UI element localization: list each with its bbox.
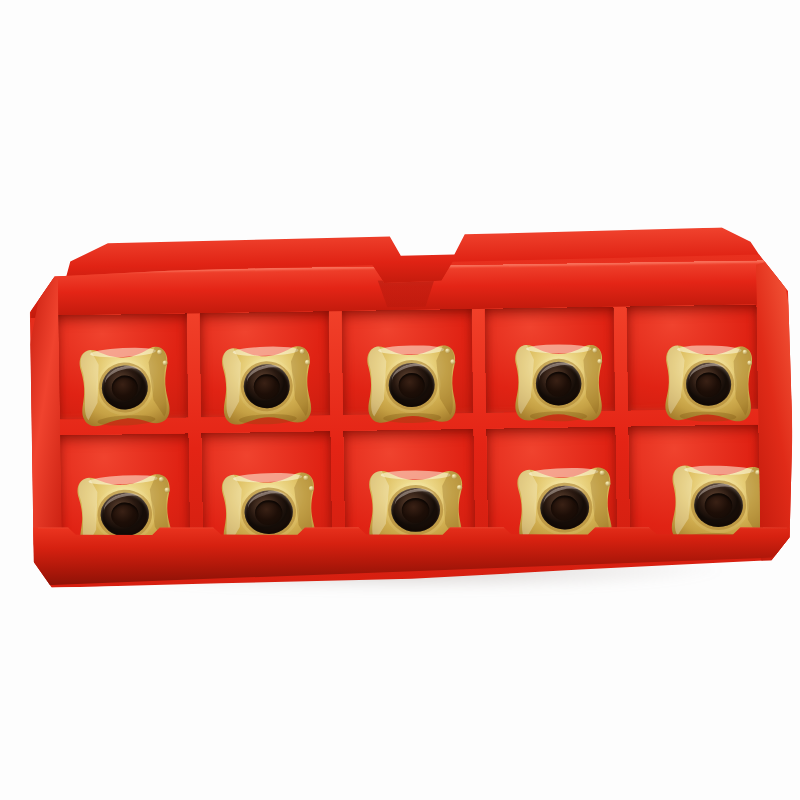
- insert-laser-dot: [592, 348, 597, 353]
- insert-laser-dot: [451, 359, 456, 364]
- milling-insert: [212, 338, 323, 428]
- insert-box: [23, 220, 794, 588]
- box-tray: [24, 252, 795, 588]
- insert-laser-dot: [599, 471, 604, 476]
- insert-laser-dot: [457, 485, 462, 490]
- tray-right-wall: [756, 258, 795, 566]
- milling-insert: [68, 339, 180, 430]
- insert-laser-dot: [597, 359, 602, 364]
- milling-insert: [655, 338, 762, 424]
- compartment: [342, 309, 473, 415]
- compartment: [199, 311, 330, 417]
- insert-laser-dot: [163, 360, 168, 365]
- tray-thumb-notch: [372, 279, 440, 308]
- insert-bottom-shade: [529, 411, 586, 421]
- compartment-grid: [57, 305, 761, 562]
- compartment: [57, 313, 188, 419]
- insert-laser-dot: [165, 487, 170, 492]
- insert-center-hole: [391, 488, 440, 532]
- insert-center-hole: [535, 361, 581, 405]
- stage: [0, 0, 800, 800]
- milling-insert: [357, 338, 466, 426]
- insert-laser-dot: [605, 481, 610, 486]
- compartment: [484, 307, 615, 413]
- milling-insert: [505, 338, 612, 423]
- compartment: [627, 305, 758, 411]
